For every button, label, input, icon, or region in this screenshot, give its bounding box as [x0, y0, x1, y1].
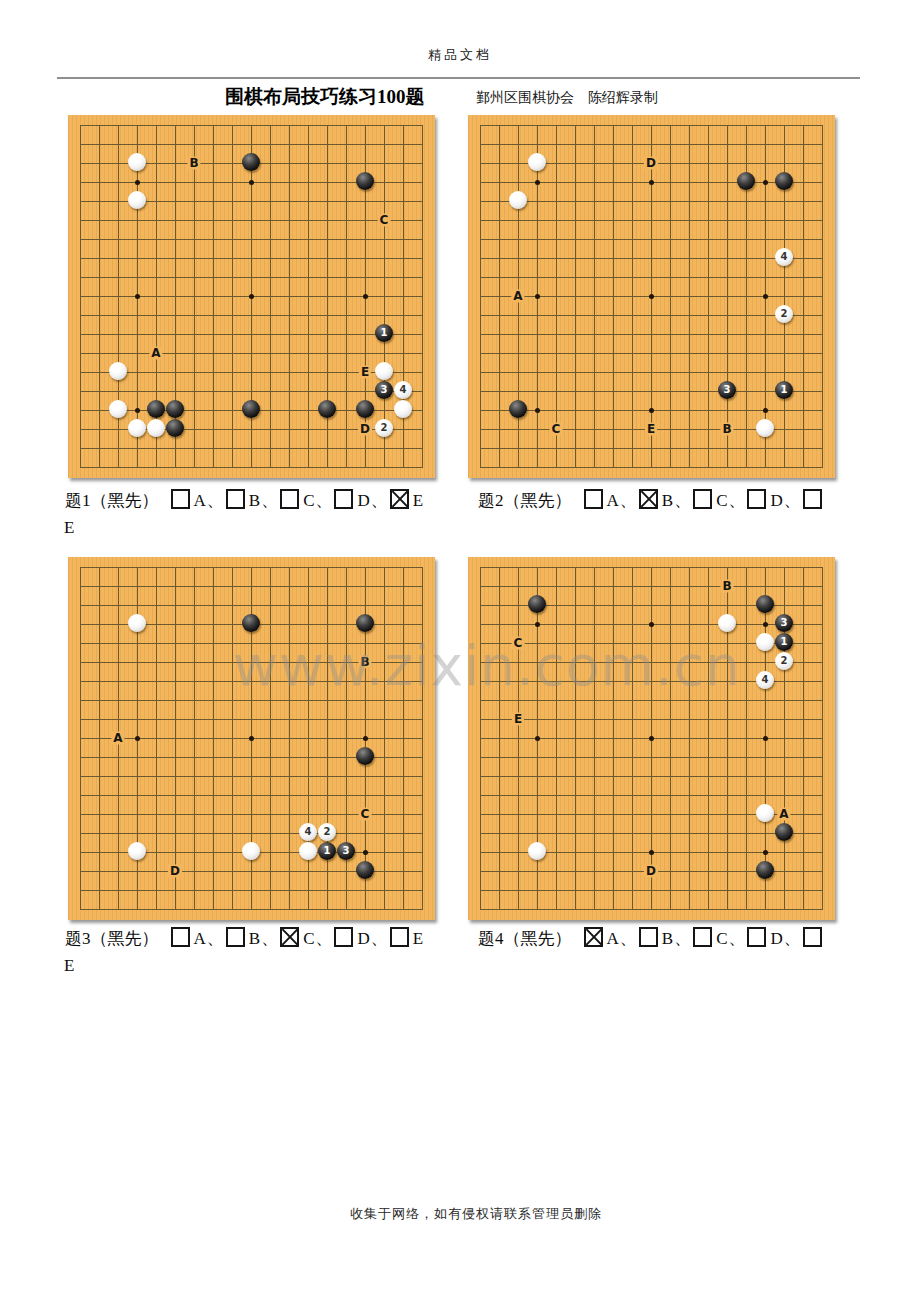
black-stone	[509, 400, 527, 418]
star-point	[135, 180, 140, 185]
option-letter-A: A	[194, 491, 206, 510]
board-label-B: B	[720, 580, 733, 593]
black-stone-move-1: 1	[775, 633, 793, 651]
option-letter-C: C	[303, 929, 314, 948]
black-stone	[242, 400, 260, 418]
board-label-C: C	[378, 214, 391, 227]
problem-label: 题2（黑先）	[478, 491, 572, 510]
star-point	[763, 408, 768, 413]
wrapped-option-letter-problem-4: E	[64, 956, 74, 976]
answer-checkbox-B-checked	[639, 489, 658, 509]
answer-checkbox-D	[747, 927, 766, 947]
option-separator: 、	[728, 491, 745, 510]
go-board-problem-2: 3142ABCDE	[468, 115, 835, 478]
white-stone	[299, 842, 317, 860]
option-letter-A: A	[194, 929, 206, 948]
option-letter-C: C	[716, 929, 727, 948]
white-stone	[128, 419, 146, 437]
answer-checkbox-E	[390, 927, 409, 947]
board-label-D: D	[358, 423, 372, 436]
option-separator: 、	[674, 929, 691, 948]
star-point	[535, 736, 540, 741]
star-point	[535, 408, 540, 413]
option-letter-C: C	[716, 491, 727, 510]
star-point	[535, 294, 540, 299]
answer-checkbox-A	[171, 927, 190, 947]
problem-4-caption: 题4（黑先）A、B、C、D、	[478, 927, 826, 950]
option-letter-E: E	[413, 929, 423, 948]
answer-checkbox-D	[334, 489, 353, 509]
black-stone-move-3: 3	[718, 381, 736, 399]
black-stone	[356, 614, 374, 632]
black-stone-move-1: 1	[318, 842, 336, 860]
option-letter-E: E	[413, 491, 423, 510]
answer-checkbox-A	[584, 489, 603, 509]
star-point	[763, 622, 768, 627]
board-label-E: E	[512, 713, 524, 726]
black-stone	[528, 595, 546, 613]
white-stone	[756, 804, 774, 822]
star-point	[363, 850, 368, 855]
black-stone-move-3: 3	[337, 842, 355, 860]
star-point	[135, 736, 140, 741]
white-stone-move-2: 2	[375, 419, 393, 437]
answer-checkbox-B	[639, 927, 658, 947]
black-stone	[166, 419, 184, 437]
black-stone-move-1: 1	[775, 381, 793, 399]
page-subtitle: 鄞州区围棋协会 陈绍辉录制	[476, 89, 658, 107]
white-stone	[147, 419, 165, 437]
problem-label: 题1（黑先）	[65, 491, 159, 510]
black-stone	[737, 172, 755, 190]
star-point	[363, 294, 368, 299]
go-board-problem-3: 1342ABCD	[68, 557, 435, 920]
go-board-problem-1: 1342ABCDE	[68, 115, 435, 478]
doc-tag: 精品文档	[0, 46, 920, 64]
option-separator: 、	[371, 491, 388, 510]
option-letter-A: A	[607, 929, 619, 948]
star-point	[249, 180, 254, 185]
black-stone	[356, 172, 374, 190]
footer-note: 收集于网络，如有侵权请联系管理员删除	[350, 1205, 602, 1223]
option-letter-D: D	[770, 491, 782, 510]
white-stone	[528, 842, 546, 860]
white-stone	[756, 419, 774, 437]
board-label-B: B	[187, 157, 200, 170]
problem-3-caption: 题3（黑先）A、B、C、D、E	[65, 927, 424, 950]
answer-checkbox-A	[171, 489, 190, 509]
page-title: 围棋布局技巧练习100题	[225, 84, 425, 110]
white-stone	[128, 614, 146, 632]
white-stone-move-4: 4	[756, 671, 774, 689]
option-letter-D: D	[357, 491, 369, 510]
option-separator: 、	[315, 929, 332, 948]
star-point	[249, 736, 254, 741]
black-stone	[242, 614, 260, 632]
option-separator: 、	[784, 929, 801, 948]
answer-checkbox-C-checked	[280, 927, 299, 947]
white-stone	[756, 633, 774, 651]
option-letter-C: C	[303, 491, 314, 510]
white-stone	[509, 191, 527, 209]
white-stone-move-2: 2	[775, 652, 793, 670]
white-stone	[718, 614, 736, 632]
white-stone-move-2: 2	[318, 823, 336, 841]
board-label-E: E	[645, 423, 657, 436]
black-stone-move-3: 3	[775, 614, 793, 632]
problem-2-caption: 题2（黑先）A、B、C、D、	[478, 489, 826, 512]
board-label-A: A	[149, 347, 162, 360]
board-label-C: C	[550, 423, 563, 436]
black-stone	[775, 172, 793, 190]
white-stone-move-4: 4	[299, 823, 317, 841]
option-separator: 、	[315, 491, 332, 510]
black-stone	[775, 823, 793, 841]
answer-checkbox-B	[226, 489, 245, 509]
white-stone	[394, 400, 412, 418]
answer-checkbox-E	[803, 927, 822, 947]
board-label-E: E	[359, 366, 371, 379]
answer-checkbox-D	[747, 489, 766, 509]
black-stone	[756, 861, 774, 879]
black-stone	[356, 400, 374, 418]
option-letter-D: D	[357, 929, 369, 948]
option-letter-B: B	[249, 929, 260, 948]
star-point	[135, 408, 140, 413]
option-separator: 、	[620, 491, 637, 510]
go-board-problem-4: 3124ABCDE	[468, 557, 835, 920]
black-stone	[147, 400, 165, 418]
problem-label: 题4（黑先）	[478, 929, 572, 948]
black-stone-move-1: 1	[375, 324, 393, 342]
wrapped-option-letter-problem-2: E	[64, 518, 74, 538]
board-label-C: C	[512, 637, 525, 650]
star-point	[649, 850, 654, 855]
star-point	[535, 622, 540, 627]
option-letter-B: B	[662, 491, 673, 510]
option-letter-D: D	[770, 929, 782, 948]
star-point	[763, 736, 768, 741]
board-label-A: A	[511, 290, 524, 303]
answer-checkbox-E	[803, 489, 822, 509]
problem-1-caption: 题1（黑先）A、B、C、D、E	[65, 489, 424, 512]
star-point	[535, 180, 540, 185]
header-divider	[57, 77, 860, 79]
board-label-A: A	[111, 732, 124, 745]
option-separator: 、	[261, 929, 278, 948]
option-separator: 、	[728, 929, 745, 948]
board-label-B: B	[358, 656, 371, 669]
black-stone-move-3: 3	[375, 381, 393, 399]
answer-checkbox-A-checked	[584, 927, 603, 947]
board-label-B: B	[720, 423, 733, 436]
star-point	[363, 736, 368, 741]
star-point	[649, 180, 654, 185]
option-separator: 、	[620, 929, 637, 948]
white-stone	[242, 842, 260, 860]
option-separator: 、	[674, 491, 691, 510]
option-separator: 、	[261, 491, 278, 510]
answer-checkbox-D	[334, 927, 353, 947]
board-label-D: D	[168, 865, 182, 878]
problem-label: 题3（黑先）	[65, 929, 159, 948]
white-stone-move-4: 4	[775, 248, 793, 266]
option-letter-B: B	[662, 929, 673, 948]
black-stone	[756, 595, 774, 613]
white-stone	[109, 400, 127, 418]
star-point	[649, 408, 654, 413]
white-stone-move-4: 4	[394, 381, 412, 399]
answer-checkbox-C	[693, 927, 712, 947]
star-point	[763, 850, 768, 855]
star-point	[649, 294, 654, 299]
star-point	[649, 736, 654, 741]
white-stone	[128, 153, 146, 171]
white-stone	[109, 362, 127, 380]
board-label-D: D	[644, 865, 658, 878]
white-stone	[128, 842, 146, 860]
star-point	[763, 294, 768, 299]
option-separator: 、	[784, 491, 801, 510]
white-stone	[128, 191, 146, 209]
black-stone	[318, 400, 336, 418]
black-stone	[356, 861, 374, 879]
white-stone	[528, 153, 546, 171]
star-point	[649, 622, 654, 627]
answer-checkbox-C	[280, 489, 299, 509]
black-stone	[356, 747, 374, 765]
star-point	[249, 294, 254, 299]
board-label-C: C	[359, 808, 372, 821]
board-label-D: D	[644, 157, 658, 170]
black-stone	[242, 153, 260, 171]
star-point	[135, 294, 140, 299]
document-page: 精品文档 围棋布局技巧练习100题 鄞州区围棋协会 陈绍辉录制 1342ABCD…	[0, 0, 920, 1302]
black-stone	[166, 400, 184, 418]
star-point	[763, 180, 768, 185]
white-stone	[375, 362, 393, 380]
option-letter-A: A	[607, 491, 619, 510]
option-separator: 、	[371, 929, 388, 948]
board-label-A: A	[777, 808, 790, 821]
option-separator: 、	[207, 929, 224, 948]
answer-checkbox-B	[226, 927, 245, 947]
option-separator: 、	[207, 491, 224, 510]
answer-checkbox-C	[693, 489, 712, 509]
option-letter-B: B	[249, 491, 260, 510]
answer-checkbox-E-checked	[390, 489, 409, 509]
white-stone-move-2: 2	[775, 305, 793, 323]
